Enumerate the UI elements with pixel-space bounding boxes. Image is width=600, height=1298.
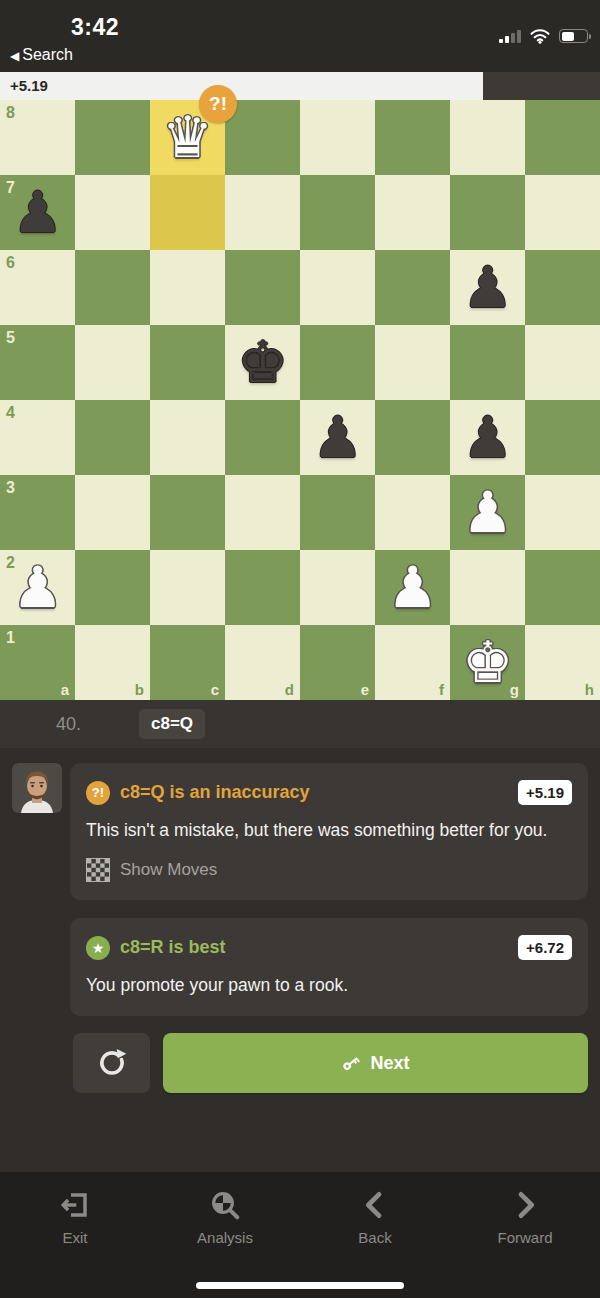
square-f8[interactable] [375, 100, 450, 175]
back-to-search-link[interactable]: ◀Search [10, 46, 73, 64]
rank-label-5: 5 [6, 329, 15, 347]
square-d5[interactable]: ♚ [225, 325, 300, 400]
square-f1[interactable]: f [375, 625, 450, 700]
square-b1[interactable]: b [75, 625, 150, 700]
file-label-a: a [61, 681, 69, 698]
square-d8[interactable] [225, 100, 300, 175]
status-icons [499, 28, 588, 44]
square-h2[interactable] [525, 550, 600, 625]
chess-board[interactable]: 8♛7♟6♟5♚4♟♟3♟2♟♟1abcdefg♚h [0, 100, 600, 700]
square-c3[interactable] [150, 475, 225, 550]
square-g8[interactable] [450, 100, 525, 175]
best-title-row: ★ c8=R is best +6.72 [86, 935, 572, 960]
square-a3[interactable]: 3 [0, 475, 75, 550]
chevron-right-icon [509, 1189, 541, 1221]
white-pawn[interactable]: ♟ [450, 475, 525, 550]
home-indicator[interactable] [196, 1282, 404, 1289]
inaccuracy-eval-badge: +5.19 [518, 780, 572, 805]
best-move-title: c8=R is best [120, 937, 226, 958]
black-pawn[interactable]: ♟ [300, 400, 375, 475]
square-f2[interactable]: ♟ [375, 550, 450, 625]
key-icon [341, 1053, 361, 1073]
square-d1[interactable]: d [225, 625, 300, 700]
square-b3[interactable] [75, 475, 150, 550]
square-e2[interactable] [300, 550, 375, 625]
square-e5[interactable] [300, 325, 375, 400]
best-move-star-icon: ★ [86, 936, 110, 960]
coach-avatar [12, 763, 62, 813]
clock-time: 3:42 [71, 14, 119, 41]
file-label-h: h [585, 681, 594, 698]
square-e3[interactable] [300, 475, 375, 550]
black-pawn[interactable]: ♟ [0, 175, 75, 250]
square-b4[interactable] [75, 400, 150, 475]
square-e4[interactable]: ♟ [300, 400, 375, 475]
square-a4[interactable]: 4 [0, 400, 75, 475]
black-pawn[interactable]: ♟ [450, 250, 525, 325]
nav-forward[interactable]: Forward [450, 1172, 600, 1298]
eval-bar-white: +5.19 [0, 72, 483, 100]
square-b8[interactable] [75, 100, 150, 175]
square-e1[interactable]: e [300, 625, 375, 700]
square-h7[interactable] [525, 175, 600, 250]
nav-forward-label: Forward [497, 1229, 552, 1246]
board-wrap: 8♛7♟6♟5♚4♟♟3♟2♟♟1abcdefg♚h ?! [0, 100, 600, 700]
square-a5[interactable]: 5 [0, 325, 75, 400]
square-h8[interactable] [525, 100, 600, 175]
square-h6[interactable] [525, 250, 600, 325]
rank-label-3: 3 [6, 479, 15, 497]
square-a6[interactable]: 6 [0, 250, 75, 325]
evaluation-bar: +5.19 [0, 72, 600, 100]
mini-board-icon [86, 858, 110, 882]
inaccuracy-card: ?! c8=Q is an inaccuracy +5.19 This isn'… [70, 763, 588, 900]
square-h5[interactable] [525, 325, 600, 400]
inaccuracy-body: This isn't a mistake, but there was some… [86, 818, 572, 843]
rank-label-4: 4 [6, 404, 15, 422]
rank-label-6: 6 [6, 254, 15, 272]
file-label-e: e [361, 681, 369, 698]
analysis-content: ?! c8=Q is an inaccuracy +5.19 This isn'… [0, 748, 600, 1093]
nav-analysis-label: Analysis [197, 1229, 253, 1246]
eval-bar-black [483, 72, 600, 100]
square-b5[interactable] [75, 325, 150, 400]
inaccuracy-title-row: ?! c8=Q is an inaccuracy +5.19 [86, 780, 572, 805]
status-bar: 3:42 ◀Search [0, 0, 600, 72]
back-triangle-icon: ◀ [10, 49, 19, 63]
nav-back[interactable]: Back [300, 1172, 450, 1298]
show-moves-label: Show Moves [120, 860, 217, 880]
square-f3[interactable] [375, 475, 450, 550]
square-a2[interactable]: 2♟ [0, 550, 75, 625]
next-button[interactable]: Next [163, 1033, 588, 1093]
eval-value: +5.19 [10, 77, 48, 94]
retry-icon [95, 1046, 129, 1080]
square-c6[interactable] [150, 250, 225, 325]
square-d2[interactable] [225, 550, 300, 625]
black-pawn[interactable]: ♟ [450, 400, 525, 475]
square-e6[interactable] [300, 250, 375, 325]
file-label-d: d [285, 681, 294, 698]
wifi-icon [529, 28, 551, 44]
action-buttons-row: Next [73, 1033, 588, 1093]
square-g2[interactable] [450, 550, 525, 625]
square-g4[interactable]: ♟ [450, 400, 525, 475]
square-g7[interactable] [450, 175, 525, 250]
black-king[interactable]: ♚ [225, 325, 300, 400]
best-eval-badge: +6.72 [518, 935, 572, 960]
chevron-left-icon [359, 1189, 391, 1221]
square-f7[interactable] [375, 175, 450, 250]
square-e8[interactable] [300, 100, 375, 175]
square-g1[interactable]: g♚ [450, 625, 525, 700]
square-c1[interactable]: c [150, 625, 225, 700]
file-label-c: c [211, 681, 219, 698]
square-h4[interactable] [525, 400, 600, 475]
rank-label-1: 1 [6, 629, 15, 647]
square-a7[interactable]: 7♟ [0, 175, 75, 250]
retry-button[interactable] [73, 1033, 150, 1093]
square-f5[interactable] [375, 325, 450, 400]
rank-label-8: 8 [6, 104, 15, 122]
square-h3[interactable] [525, 475, 600, 550]
nav-back-label: Back [358, 1229, 391, 1246]
square-c5[interactable] [150, 325, 225, 400]
square-g6[interactable]: ♟ [450, 250, 525, 325]
square-h1[interactable]: h [525, 625, 600, 700]
battery-icon [559, 29, 588, 43]
white-pawn[interactable]: ♟ [375, 550, 450, 625]
inaccuracy-badge: ?! [199, 85, 237, 123]
analysis-magnifier-icon [209, 1189, 241, 1221]
inaccuracy-title: c8=Q is an inaccuracy [120, 782, 310, 803]
square-c7[interactable] [150, 175, 225, 250]
coach-comment-row: ?! c8=Q is an inaccuracy +5.19 This isn'… [0, 763, 600, 900]
screen: 3:42 ◀Search +5.19 8♛7♟6♟5♚4♟♟3♟2♟♟1abcd… [0, 0, 600, 1298]
square-d6[interactable] [225, 250, 300, 325]
nav-exit-label: Exit [62, 1229, 87, 1246]
square-e7[interactable] [300, 175, 375, 250]
file-label-f: f [439, 681, 444, 698]
nav-analysis[interactable]: Analysis [150, 1172, 300, 1298]
white-king[interactable]: ♚ [450, 625, 525, 700]
square-c4[interactable] [150, 400, 225, 475]
back-label: Search [22, 46, 73, 63]
best-move-body: You promote your pawn to a rook. [86, 973, 572, 998]
square-d3[interactable] [225, 475, 300, 550]
square-b6[interactable] [75, 250, 150, 325]
square-f4[interactable] [375, 400, 450, 475]
show-moves-button[interactable]: Show Moves [86, 858, 572, 882]
cellular-signal-icon [499, 30, 521, 43]
exit-icon [59, 1189, 91, 1221]
white-pawn[interactable]: ♟ [0, 550, 75, 625]
square-b2[interactable] [75, 550, 150, 625]
square-g3[interactable]: ♟ [450, 475, 525, 550]
square-a1[interactable]: 1a [0, 625, 75, 700]
square-g5[interactable] [450, 325, 525, 400]
next-label: Next [370, 1053, 409, 1074]
square-f6[interactable] [375, 250, 450, 325]
square-d4[interactable] [225, 400, 300, 475]
square-d7[interactable] [225, 175, 300, 250]
square-c2[interactable] [150, 550, 225, 625]
best-move-card: ★ c8=R is best +6.72 You promote your pa… [70, 918, 588, 1016]
inaccuracy-icon: ?! [86, 781, 110, 805]
square-b7[interactable] [75, 175, 150, 250]
file-label-b: b [135, 681, 144, 698]
square-a8[interactable]: 8 [0, 100, 75, 175]
nav-exit[interactable]: Exit [0, 1172, 150, 1298]
move-bar: 40. c8=Q [0, 700, 600, 748]
move-number: 40. [56, 714, 81, 735]
bottom-nav: Exit Analysis Back Forward [0, 1172, 600, 1298]
move-chip[interactable]: c8=Q [139, 709, 205, 739]
